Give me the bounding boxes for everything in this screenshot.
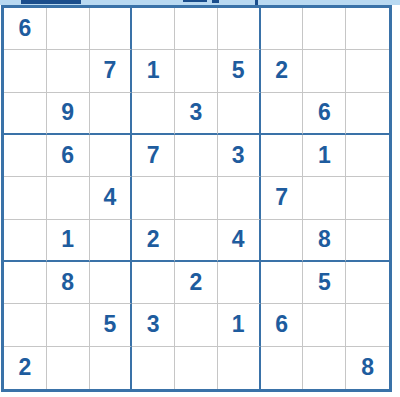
given-digit: 8 bbox=[61, 271, 74, 294]
given-digit: 8 bbox=[318, 228, 331, 251]
cell-r1c4[interactable] bbox=[132, 8, 175, 50]
cell-r3c6[interactable] bbox=[218, 93, 261, 135]
given-digit: 5 bbox=[104, 313, 117, 336]
given-digit: 1 bbox=[318, 144, 331, 167]
cell-r2c4[interactable]: 1 bbox=[132, 50, 175, 92]
cell-r4c8[interactable]: 1 bbox=[303, 135, 346, 177]
cell-r7c5[interactable]: 2 bbox=[175, 262, 218, 304]
given-digit: 6 bbox=[18, 17, 31, 40]
cell-r9c3[interactable] bbox=[90, 347, 133, 389]
cell-r9c4[interactable] bbox=[132, 347, 175, 389]
cell-r7c9[interactable] bbox=[346, 262, 389, 304]
cell-r9c2[interactable] bbox=[47, 347, 90, 389]
cell-r4c9[interactable] bbox=[346, 135, 389, 177]
cell-r1c5[interactable] bbox=[175, 8, 218, 50]
cell-r7c2[interactable]: 8 bbox=[47, 262, 90, 304]
cell-r7c7[interactable] bbox=[261, 262, 304, 304]
given-digit: 8 bbox=[361, 356, 374, 379]
cell-r9c5[interactable] bbox=[175, 347, 218, 389]
cell-r3c7[interactable] bbox=[261, 93, 304, 135]
cell-r2c7[interactable]: 2 bbox=[261, 50, 304, 92]
cell-r6c6[interactable]: 4 bbox=[218, 220, 261, 262]
cell-r7c8[interactable]: 5 bbox=[303, 262, 346, 304]
cell-r5c9[interactable] bbox=[346, 177, 389, 219]
given-digit: 5 bbox=[318, 271, 331, 294]
toolbar-fragment-bar bbox=[21, 0, 81, 4]
given-digit: 9 bbox=[61, 101, 74, 124]
cell-r8c8[interactable] bbox=[303, 304, 346, 346]
cell-r6c9[interactable] bbox=[346, 220, 389, 262]
cell-r6c8[interactable]: 8 bbox=[303, 220, 346, 262]
cell-r2c6[interactable]: 5 bbox=[218, 50, 261, 92]
cell-r5c5[interactable] bbox=[175, 177, 218, 219]
sudoku-board: 671529366731471248825531628 bbox=[1, 5, 392, 392]
cell-r6c1[interactable] bbox=[4, 220, 47, 262]
cell-r5c2[interactable] bbox=[47, 177, 90, 219]
cell-r5c1[interactable] bbox=[4, 177, 47, 219]
cell-r5c8[interactable] bbox=[303, 177, 346, 219]
cell-r6c4[interactable]: 2 bbox=[132, 220, 175, 262]
cell-r5c6[interactable] bbox=[218, 177, 261, 219]
given-digit: 3 bbox=[232, 144, 245, 167]
cell-r3c4[interactable] bbox=[132, 93, 175, 135]
given-digit: 6 bbox=[275, 313, 288, 336]
given-digit: 6 bbox=[318, 101, 331, 124]
cell-r4c4[interactable]: 7 bbox=[132, 135, 175, 177]
cell-r8c1[interactable] bbox=[4, 304, 47, 346]
cell-r3c2[interactable]: 9 bbox=[47, 93, 90, 135]
cell-r5c7[interactable]: 7 bbox=[261, 177, 304, 219]
given-digit: 2 bbox=[147, 228, 160, 251]
cell-r8c6[interactable]: 1 bbox=[218, 304, 261, 346]
cell-r9c7[interactable] bbox=[261, 347, 304, 389]
cell-r8c5[interactable] bbox=[175, 304, 218, 346]
cell-r1c3[interactable] bbox=[90, 8, 133, 50]
cell-r9c8[interactable] bbox=[303, 347, 346, 389]
given-digit: 1 bbox=[232, 313, 245, 336]
cell-r3c5[interactable]: 3 bbox=[175, 93, 218, 135]
cell-r5c4[interactable] bbox=[132, 177, 175, 219]
cell-r1c8[interactable] bbox=[303, 8, 346, 50]
cell-r9c1[interactable]: 2 bbox=[4, 347, 47, 389]
cell-r2c8[interactable] bbox=[303, 50, 346, 92]
cell-r2c1[interactable] bbox=[4, 50, 47, 92]
cell-r7c6[interactable] bbox=[218, 262, 261, 304]
cell-r6c7[interactable] bbox=[261, 220, 304, 262]
cell-r4c2[interactable]: 6 bbox=[47, 135, 90, 177]
cell-r5c3[interactable]: 4 bbox=[90, 177, 133, 219]
given-digit: 3 bbox=[147, 313, 160, 336]
cell-r8c9[interactable] bbox=[346, 304, 389, 346]
cell-r6c3[interactable] bbox=[90, 220, 133, 262]
cell-r8c7[interactable]: 6 bbox=[261, 304, 304, 346]
cell-r7c1[interactable] bbox=[4, 262, 47, 304]
cell-r3c9[interactable] bbox=[346, 93, 389, 135]
cell-r1c2[interactable] bbox=[47, 8, 90, 50]
given-digit: 5 bbox=[232, 59, 245, 82]
cell-r2c2[interactable] bbox=[47, 50, 90, 92]
given-digit: 4 bbox=[104, 186, 117, 209]
cell-r7c4[interactable] bbox=[132, 262, 175, 304]
cell-r1c6[interactable] bbox=[218, 8, 261, 50]
cell-r8c4[interactable]: 3 bbox=[132, 304, 175, 346]
cell-r1c1[interactable]: 6 bbox=[4, 8, 47, 50]
cell-r1c7[interactable] bbox=[261, 8, 304, 50]
given-digit: 7 bbox=[104, 59, 117, 82]
cell-r4c6[interactable]: 3 bbox=[218, 135, 261, 177]
cell-r4c3[interactable] bbox=[90, 135, 133, 177]
cell-r2c9[interactable] bbox=[346, 50, 389, 92]
cell-r3c3[interactable] bbox=[90, 93, 133, 135]
given-digit: 2 bbox=[190, 271, 203, 294]
given-digit: 3 bbox=[190, 101, 203, 124]
cell-r3c8[interactable]: 6 bbox=[303, 93, 346, 135]
cell-r7c3[interactable] bbox=[90, 262, 133, 304]
given-digit: 2 bbox=[275, 59, 288, 82]
cell-r9c9[interactable]: 8 bbox=[346, 347, 389, 389]
given-digit: 6 bbox=[61, 144, 74, 167]
cell-r4c1[interactable] bbox=[4, 135, 47, 177]
given-digit: 7 bbox=[147, 144, 160, 167]
cell-r4c5[interactable] bbox=[175, 135, 218, 177]
given-digit: 1 bbox=[61, 228, 74, 251]
given-digit: 4 bbox=[232, 228, 245, 251]
toolbar-fragment-dash bbox=[183, 0, 207, 2]
cell-r6c2[interactable]: 1 bbox=[47, 220, 90, 262]
cell-r9c6[interactable] bbox=[218, 347, 261, 389]
cell-r8c2[interactable] bbox=[47, 304, 90, 346]
cell-r8c3[interactable]: 5 bbox=[90, 304, 133, 346]
cell-r1c9[interactable] bbox=[346, 8, 389, 50]
given-digit: 7 bbox=[275, 186, 288, 209]
cell-r4c7[interactable] bbox=[261, 135, 304, 177]
given-digit: 1 bbox=[147, 59, 160, 82]
cell-r6c5[interactable] bbox=[175, 220, 218, 262]
cell-r2c5[interactable] bbox=[175, 50, 218, 92]
toolbar-fragment-dash bbox=[212, 0, 219, 3]
cell-r3c1[interactable] bbox=[4, 93, 47, 135]
given-digit: 2 bbox=[18, 356, 31, 379]
cell-r2c3[interactable]: 7 bbox=[90, 50, 133, 92]
sudoku-screen: 671529366731471248825531628 bbox=[0, 0, 400, 397]
